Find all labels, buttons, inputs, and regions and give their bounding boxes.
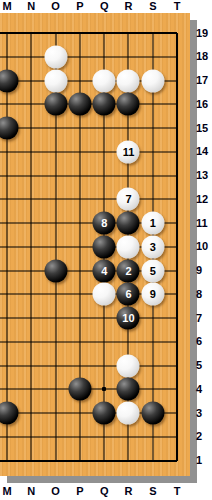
intersection-M16[interactable] [0,92,19,116]
intersection-Q3[interactable] [92,401,116,425]
intersection-P16[interactable] [68,92,92,116]
intersection-M12[interactable] [0,187,19,211]
intersection-M2[interactable] [0,425,19,449]
intersection-S9[interactable]: 5 [141,259,165,283]
right-label-18: 18 [196,49,212,64]
intersection-Q6[interactable] [92,330,116,354]
intersection-P5[interactable] [68,354,92,378]
intersection-O2[interactable] [43,425,67,449]
intersection-S5[interactable] [141,354,165,378]
intersection-T15[interactable] [165,116,189,140]
intersection-Q18[interactable] [92,45,116,69]
intersection-O3[interactable] [43,401,67,425]
go-diagram-screenshot: 1178134256910 MNOPQRST MNOPQRST 19181716… [0,0,212,500]
black-stone-O9 [44,259,67,282]
intersection-N6[interactable] [19,330,43,354]
black-stone-R11 [117,212,140,235]
intersection-N2[interactable] [19,425,43,449]
intersection-P13[interactable] [68,164,92,188]
intersection-R16[interactable] [116,92,140,116]
right-label-14: 14 [196,144,212,159]
right-label-8: 8 [196,287,212,302]
bottom-label-S: S [141,482,165,500]
intersection-T11[interactable] [165,211,189,235]
top-label-S: S [141,0,165,13]
intersection-N17[interactable] [19,69,43,93]
black-stone-Q3 [93,402,116,425]
intersection-P15[interactable] [68,116,92,140]
star-point-Q4 [102,387,106,391]
intersection-N16[interactable] [19,92,43,116]
black-stone-Q9-move-4: 4 [93,259,116,282]
white-stone-R14-move-11: 11 [117,140,140,163]
intersection-M19[interactable] [0,21,19,45]
intersection-Q7[interactable] [92,306,116,330]
intersection-R4[interactable] [116,377,140,401]
intersection-O10[interactable] [43,235,67,259]
intersection-S8[interactable]: 9 [141,282,165,306]
intersection-N11[interactable] [19,211,43,235]
intersection-P6[interactable] [68,330,92,354]
intersection-S12[interactable] [141,187,165,211]
right-label-17: 17 [196,73,212,88]
intersection-N15[interactable] [19,116,43,140]
intersection-O12[interactable] [43,187,67,211]
intersection-M7[interactable] [0,306,19,330]
intersection-Q2[interactable] [92,425,116,449]
intersection-R8[interactable]: 6 [116,282,140,306]
intersection-P10[interactable] [68,235,92,259]
intersection-S3[interactable] [141,401,165,425]
intersection-R11[interactable] [116,211,140,235]
intersection-T5[interactable] [165,354,189,378]
bottom-label-R: R [117,482,141,500]
intersection-N3[interactable] [19,401,43,425]
intersection-S11[interactable]: 1 [141,211,165,235]
intersection-R15[interactable] [116,116,140,140]
intersection-S1[interactable] [141,449,165,473]
top-label-T: T [165,0,189,13]
board-grid: 1178134256910 [0,21,189,472]
white-stone-R17 [117,69,140,92]
bottom-label-N: N [19,482,43,500]
intersection-R14[interactable]: 11 [116,140,140,164]
white-stone-R3 [117,402,140,425]
intersection-M1[interactable] [0,449,19,473]
right-label-3: 3 [196,406,212,421]
black-stone-Q16 [93,93,116,116]
right-label-2: 2 [196,429,212,444]
intersection-N9[interactable] [19,259,43,283]
black-stone-R4 [117,378,140,401]
intersection-P19[interactable] [68,21,92,45]
intersection-O6[interactable] [43,330,67,354]
black-stone-R9-move-2: 2 [117,259,140,282]
intersection-T17[interactable] [165,69,189,93]
white-stone-S9-move-5: 5 [141,259,164,282]
intersection-P2[interactable] [68,425,92,449]
intersection-O8[interactable] [43,282,67,306]
white-stone-Q17 [93,69,116,92]
intersection-Q9[interactable]: 4 [92,259,116,283]
intersection-Q1[interactable] [92,449,116,473]
intersection-N1[interactable] [19,449,43,473]
intersection-O16[interactable] [43,92,67,116]
intersection-N4[interactable] [19,377,43,401]
intersection-Q11[interactable]: 8 [92,211,116,235]
top-label-P: P [68,0,92,13]
intersection-R6[interactable] [116,330,140,354]
intersection-O14[interactable] [43,140,67,164]
intersection-O17[interactable] [43,69,67,93]
intersection-T6[interactable] [165,330,189,354]
intersection-T16[interactable] [165,92,189,116]
intersection-P17[interactable] [68,69,92,93]
intersection-O11[interactable] [43,211,67,235]
intersection-N19[interactable] [19,21,43,45]
white-stone-R12-move-7: 7 [117,188,140,211]
intersection-M5[interactable] [0,354,19,378]
intersection-O5[interactable] [43,354,67,378]
intersection-P9[interactable] [68,259,92,283]
intersection-Q17[interactable] [92,69,116,93]
intersection-N12[interactable] [19,187,43,211]
bottom-label-Q: Q [92,482,116,500]
intersection-T2[interactable] [165,425,189,449]
intersection-O15[interactable] [43,116,67,140]
intersection-R10[interactable] [116,235,140,259]
intersection-R3[interactable] [116,401,140,425]
right-label-9: 9 [196,263,212,278]
intersection-T19[interactable] [165,21,189,45]
intersection-N7[interactable] [19,306,43,330]
intersection-Q19[interactable] [92,21,116,45]
white-stone-O17 [44,69,67,92]
intersection-M6[interactable] [0,330,19,354]
intersection-N10[interactable] [19,235,43,259]
intersection-M4[interactable] [0,377,19,401]
intersection-M3[interactable] [0,401,19,425]
intersection-Q13[interactable] [92,164,116,188]
intersection-P8[interactable] [68,282,92,306]
bottom-label-P: P [68,482,92,500]
intersection-S6[interactable] [141,330,165,354]
intersection-O18[interactable] [43,45,67,69]
white-stone-S11-move-1: 1 [141,212,164,235]
right-label-7: 7 [196,311,212,326]
intersection-S13[interactable] [141,164,165,188]
intersection-R2[interactable] [116,425,140,449]
top-label-R: R [117,0,141,13]
intersection-T8[interactable] [165,282,189,306]
intersection-R5[interactable] [116,354,140,378]
intersection-R1[interactable] [116,449,140,473]
intersection-N8[interactable] [19,282,43,306]
intersection-S10[interactable]: 3 [141,235,165,259]
intersection-S19[interactable] [141,21,165,45]
right-label-10: 10 [196,239,212,254]
right-label-16: 16 [196,97,212,112]
black-stone-R8-move-6: 6 [117,283,140,306]
intersection-S16[interactable] [141,92,165,116]
intersection-T1[interactable] [165,449,189,473]
right-label-15: 15 [196,121,212,136]
top-label-N: N [19,0,43,13]
intersection-Q14[interactable] [92,140,116,164]
intersection-O19[interactable] [43,21,67,45]
intersection-M8[interactable] [0,282,19,306]
intersection-P14[interactable] [68,140,92,164]
intersection-R17[interactable] [116,69,140,93]
intersection-R19[interactable] [116,21,140,45]
right-label-1: 1 [196,453,212,468]
black-stone-M17 [0,69,19,92]
top-label-Q: Q [92,0,116,13]
right-label-12: 12 [196,192,212,207]
bottom-label-O: O [44,482,68,500]
right-label-11: 11 [196,216,212,231]
intersection-R18[interactable] [116,45,140,69]
white-stone-S17 [141,69,164,92]
white-stone-R10 [117,235,140,258]
black-stone-P4 [68,378,91,401]
black-stone-P16 [68,93,91,116]
intersection-R7[interactable]: 10 [116,306,140,330]
intersection-P3[interactable] [68,401,92,425]
intersection-M11[interactable] [0,211,19,235]
intersection-M17[interactable] [0,69,19,93]
intersection-S14[interactable] [141,140,165,164]
right-label-19: 19 [196,26,212,41]
intersection-Q12[interactable] [92,187,116,211]
white-stone-R5 [117,354,140,377]
black-stone-R16 [117,93,140,116]
intersection-T4[interactable] [165,377,189,401]
intersection-P4[interactable] [68,377,92,401]
intersection-Q4[interactable] [92,377,116,401]
right-label-6: 6 [196,334,212,349]
right-label-5: 5 [196,358,212,373]
intersection-P12[interactable] [68,187,92,211]
right-label-4: 4 [196,382,212,397]
intersection-Q15[interactable] [92,116,116,140]
intersection-N5[interactable] [19,354,43,378]
intersection-R9[interactable]: 2 [116,259,140,283]
intersection-P11[interactable] [68,211,92,235]
intersection-T13[interactable] [165,164,189,188]
intersection-S7[interactable] [141,306,165,330]
intersection-T7[interactable] [165,306,189,330]
intersection-T10[interactable] [165,235,189,259]
intersection-O13[interactable] [43,164,67,188]
black-stone-S3 [141,402,164,425]
intersection-N13[interactable] [19,164,43,188]
intersection-R13[interactable] [116,164,140,188]
black-stone-R7-move-10: 10 [117,307,140,330]
intersection-R12[interactable]: 7 [116,187,140,211]
intersection-P7[interactable] [68,306,92,330]
black-stone-O16 [44,93,67,116]
black-stone-Q11-move-8: 8 [93,212,116,235]
intersection-S17[interactable] [141,69,165,93]
intersection-P1[interactable] [68,449,92,473]
top-label-M: M [0,0,19,13]
intersection-O1[interactable] [43,449,67,473]
white-stone-S8-move-9: 9 [141,283,164,306]
bottom-label-M: M [0,482,19,500]
intersection-S4[interactable] [141,377,165,401]
black-stone-M15 [0,117,19,140]
white-stone-O18 [44,45,67,68]
intersection-P18[interactable] [68,45,92,69]
intersection-M14[interactable] [0,140,19,164]
intersection-Q8[interactable] [92,282,116,306]
intersection-S15[interactable] [141,116,165,140]
intersection-O7[interactable] [43,306,67,330]
white-stone-Q8 [93,283,116,306]
intersection-N14[interactable] [19,140,43,164]
white-stone-S10-move-3: 3 [141,235,164,258]
bottom-label-T: T [165,482,189,500]
intersection-S18[interactable] [141,45,165,69]
intersection-T3[interactable] [165,401,189,425]
intersection-M15[interactable] [0,116,19,140]
intersection-M10[interactable] [0,235,19,259]
intersection-Q16[interactable] [92,92,116,116]
intersection-T14[interactable] [165,140,189,164]
intersection-M9[interactable] [0,259,19,283]
top-label-O: O [44,0,68,13]
right-label-13: 13 [196,168,212,183]
intersection-Q5[interactable] [92,354,116,378]
intersection-M13[interactable] [0,164,19,188]
intersection-T9[interactable] [165,259,189,283]
black-stone-M3 [0,402,19,425]
intersection-M18[interactable] [0,45,19,69]
intersection-T18[interactable] [165,45,189,69]
black-stone-Q10 [93,235,116,258]
intersection-O4[interactable] [43,377,67,401]
intersection-T12[interactable] [165,187,189,211]
intersection-S2[interactable] [141,425,165,449]
intersection-N18[interactable] [19,45,43,69]
intersection-Q10[interactable] [92,235,116,259]
intersection-O9[interactable] [43,259,67,283]
